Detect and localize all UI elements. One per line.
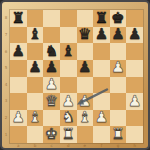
square-c5[interactable]: ♟ xyxy=(43,60,60,77)
square-b2[interactable]: ♝ xyxy=(27,110,44,127)
square-c4[interactable]: ♟ xyxy=(43,77,60,94)
black-queen-e7[interactable]: ♛ xyxy=(78,26,91,43)
white-pawn-f2[interactable]: ♟ xyxy=(95,109,108,126)
file-label-g: g xyxy=(115,144,121,148)
square-h4[interactable] xyxy=(126,77,143,94)
square-d8[interactable] xyxy=(60,10,77,27)
square-f4[interactable] xyxy=(93,77,110,94)
file-label-f: f xyxy=(98,144,104,148)
square-c2[interactable] xyxy=(43,110,60,127)
square-d7[interactable] xyxy=(60,27,77,44)
square-d3[interactable]: ♟ xyxy=(60,93,77,110)
black-pawn-h7[interactable]: ♟ xyxy=(128,26,141,43)
white-bishop-b2[interactable]: ♝ xyxy=(28,109,41,126)
square-d6[interactable]: ♝ xyxy=(60,43,77,60)
rank-label-3: 3 xyxy=(3,99,9,103)
rank-label-8: 8 xyxy=(3,16,9,20)
square-d5[interactable] xyxy=(60,60,77,77)
square-b7[interactable]: ♝ xyxy=(27,27,44,44)
white-bishop-e2[interactable]: ♝ xyxy=(78,109,91,126)
white-queen-c3[interactable]: ♛ xyxy=(45,93,58,110)
square-c1[interactable]: ♚ xyxy=(43,126,60,143)
square-e7[interactable]: ♛ xyxy=(77,27,94,44)
square-b1[interactable] xyxy=(27,126,44,143)
square-g6[interactable] xyxy=(110,43,127,60)
square-f2[interactable]: ♟ xyxy=(93,110,110,127)
black-bishop-b7[interactable]: ♝ xyxy=(28,26,41,43)
square-g3[interactable] xyxy=(110,93,127,110)
file-label-a: a xyxy=(15,144,21,148)
white-king-c1[interactable]: ♚ xyxy=(45,126,58,143)
black-knight-c6[interactable]: ♞ xyxy=(45,43,58,60)
square-c3[interactable]: ♛ xyxy=(43,93,60,110)
black-rook-f8[interactable]: ♜ xyxy=(95,10,108,27)
black-pawn-f7[interactable]: ♟ xyxy=(95,26,108,43)
square-b8[interactable] xyxy=(27,10,44,27)
white-pawn-c4[interactable]: ♟ xyxy=(45,76,58,93)
square-d1[interactable]: ♜ xyxy=(60,126,77,143)
square-g2[interactable] xyxy=(110,110,127,127)
square-f5[interactable] xyxy=(93,60,110,77)
black-king-g8[interactable]: ♚ xyxy=(111,10,124,27)
black-pawn-c5[interactable]: ♟ xyxy=(45,59,58,76)
rank-label-6: 6 xyxy=(3,50,9,54)
square-b3[interactable] xyxy=(27,93,44,110)
white-rook-d1[interactable]: ♜ xyxy=(61,126,74,143)
black-pawn-e5[interactable]: ♟ xyxy=(78,59,91,76)
square-h1[interactable] xyxy=(126,126,143,143)
square-c6[interactable]: ♞ xyxy=(43,43,60,60)
chess-app-window: ♜♜♚♝♛♟♟♟♟♞♝♟♟♟♟♟♛♟♟♟♟♝♞♝♟♚♜♜ 87654321abc… xyxy=(0,0,150,150)
square-h8[interactable] xyxy=(126,10,143,27)
rank-label-2: 2 xyxy=(3,116,9,120)
square-b4[interactable] xyxy=(27,77,44,94)
white-rook-g1[interactable]: ♜ xyxy=(111,126,124,143)
square-h2[interactable] xyxy=(126,110,143,127)
square-a2[interactable]: ♟ xyxy=(10,110,27,127)
square-g5[interactable]: ♟ xyxy=(110,60,127,77)
rank-label-4: 4 xyxy=(3,83,9,87)
rank-label-1: 1 xyxy=(3,133,9,137)
file-label-d: d xyxy=(65,144,71,148)
file-label-e: e xyxy=(82,144,88,148)
square-f6[interactable] xyxy=(93,43,110,60)
square-h6[interactable] xyxy=(126,43,143,60)
square-f1[interactable] xyxy=(93,126,110,143)
square-e2[interactable]: ♝ xyxy=(77,110,94,127)
square-e1[interactable] xyxy=(77,126,94,143)
square-a4[interactable] xyxy=(10,77,27,94)
square-a5[interactable] xyxy=(10,60,27,77)
square-f3[interactable] xyxy=(93,93,110,110)
square-g1[interactable]: ♜ xyxy=(110,126,127,143)
square-h3[interactable]: ♟ xyxy=(126,93,143,110)
square-e8[interactable] xyxy=(77,10,94,27)
square-g7[interactable]: ♟ xyxy=(110,27,127,44)
black-pawn-a6[interactable]: ♟ xyxy=(12,43,25,60)
square-f7[interactable]: ♟ xyxy=(93,27,110,44)
square-a3[interactable] xyxy=(10,93,27,110)
white-pawn-a2[interactable]: ♟ xyxy=(12,109,25,126)
file-label-h: h xyxy=(132,144,138,148)
white-knight-d2[interactable]: ♞ xyxy=(61,109,74,126)
black-bishop-d6[interactable]: ♝ xyxy=(61,43,74,60)
file-label-c: c xyxy=(49,144,55,148)
square-a6[interactable]: ♟ xyxy=(10,43,27,60)
square-g4[interactable] xyxy=(110,77,127,94)
square-e3[interactable]: ♟ xyxy=(77,93,94,110)
square-d2[interactable]: ♞ xyxy=(60,110,77,127)
black-pawn-b5[interactable]: ♟ xyxy=(28,59,41,76)
square-a1[interactable] xyxy=(10,126,27,143)
black-rook-a8[interactable]: ♜ xyxy=(12,10,25,27)
square-g8[interactable]: ♚ xyxy=(110,10,127,27)
square-b6[interactable] xyxy=(27,43,44,60)
square-e4[interactable] xyxy=(77,77,94,94)
square-d4[interactable] xyxy=(60,77,77,94)
square-b5[interactable]: ♟ xyxy=(27,60,44,77)
square-a8[interactable]: ♜ xyxy=(10,10,27,27)
square-e5[interactable]: ♟ xyxy=(77,60,94,77)
square-h7[interactable]: ♟ xyxy=(126,27,143,44)
square-f8[interactable]: ♜ xyxy=(93,10,110,27)
square-a7[interactable] xyxy=(10,27,27,44)
white-pawn-e3[interactable]: ♟ xyxy=(78,93,91,110)
file-label-b: b xyxy=(32,144,38,148)
square-c8[interactable] xyxy=(43,10,60,27)
white-pawn-h3[interactable]: ♟ xyxy=(128,93,141,110)
square-c7[interactable] xyxy=(43,27,60,44)
square-h5[interactable] xyxy=(126,60,143,77)
black-pawn-g7[interactable]: ♟ xyxy=(111,26,124,43)
rank-label-5: 5 xyxy=(3,66,9,70)
rank-label-7: 7 xyxy=(3,33,9,37)
square-e6[interactable] xyxy=(77,43,94,60)
white-pawn-g5[interactable]: ♟ xyxy=(111,59,124,76)
chess-board: ♜♜♚♝♛♟♟♟♟♞♝♟♟♟♟♟♛♟♟♟♟♝♞♝♟♚♜♜ xyxy=(10,10,143,143)
white-pawn-d3[interactable]: ♟ xyxy=(61,93,74,110)
